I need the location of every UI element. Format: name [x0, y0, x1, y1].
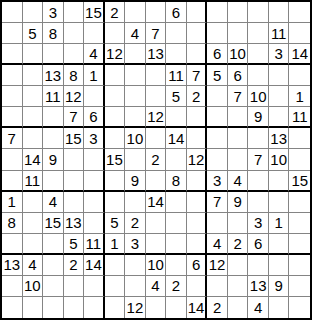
cell-r3-c15[interactable]: 14 [289, 44, 310, 65]
cell-r14-c15[interactable] [289, 276, 310, 297]
cell-r8-c2[interactable]: 14 [23, 149, 44, 170]
cell-r2-c9[interactable] [166, 23, 187, 44]
cell-r12-c13[interactable]: 6 [248, 234, 269, 255]
cell-r8-c8[interactable]: 2 [146, 149, 167, 170]
cell-r8-c13[interactable]: 7 [248, 149, 269, 170]
cell-r1-c2[interactable] [23, 2, 44, 23]
cell-r7-c15[interactable] [289, 128, 310, 149]
cell-r10-c15[interactable] [289, 192, 310, 213]
cell-r12-c3[interactable] [43, 234, 64, 255]
cell-r12-c9[interactable] [166, 234, 187, 255]
cell-r13-c14[interactable] [269, 255, 290, 276]
cell-r12-c4[interactable]: 5 [64, 234, 85, 255]
cell-r7-c6[interactable] [105, 128, 126, 149]
cell-r4-c8[interactable] [146, 65, 167, 86]
cell-r2-c11[interactable] [207, 23, 228, 44]
cell-r2-c6[interactable] [105, 23, 126, 44]
cell-r3-c13[interactable] [248, 44, 269, 65]
cell-r4-c11[interactable]: 5 [207, 65, 228, 86]
cell-r5-c5[interactable] [84, 86, 105, 107]
cell-r4-c10[interactable]: 7 [187, 65, 208, 86]
cell-r6-c8[interactable]: 12 [146, 107, 167, 128]
cell-r5-c4[interactable]: 12 [64, 86, 85, 107]
cell-r13-c12[interactable] [228, 255, 249, 276]
cell-r1-c3[interactable]: 3 [43, 2, 64, 23]
cell-r10-c12[interactable]: 9 [228, 192, 249, 213]
cell-r4-c7[interactable] [125, 65, 146, 86]
cell-r4-c3[interactable]: 13 [43, 65, 64, 86]
cell-r5-c8[interactable] [146, 86, 167, 107]
cell-r7-c13[interactable] [248, 128, 269, 149]
cell-r12-c11[interactable]: 4 [207, 234, 228, 255]
cell-r10-c13[interactable] [248, 192, 269, 213]
cell-r10-c6[interactable] [105, 192, 126, 213]
cell-r8-c6[interactable]: 15 [105, 149, 126, 170]
cell-r14-c8[interactable]: 4 [146, 276, 167, 297]
cell-r15-c1[interactable] [2, 297, 23, 318]
cell-r11-c11[interactable] [207, 213, 228, 234]
cell-r11-c3[interactable]: 15 [43, 213, 64, 234]
cell-r1-c4[interactable] [64, 2, 85, 23]
cell-r5-c11[interactable] [207, 86, 228, 107]
cell-r1-c12[interactable] [228, 2, 249, 23]
cell-r4-c12[interactable]: 6 [228, 65, 249, 86]
cell-r6-c1[interactable] [2, 107, 23, 128]
cell-r7-c7[interactable]: 10 [125, 128, 146, 149]
cell-r15-c14[interactable] [269, 297, 290, 318]
cell-r5-c2[interactable] [23, 86, 44, 107]
cell-r14-c11[interactable] [207, 276, 228, 297]
cell-r13-c8[interactable]: 10 [146, 255, 167, 276]
cell-r10-c5[interactable] [84, 192, 105, 213]
cell-r9-c12[interactable]: 4 [228, 171, 249, 192]
cell-r2-c12[interactable] [228, 23, 249, 44]
cell-r15-c11[interactable]: 2 [207, 297, 228, 318]
cell-r8-c4[interactable] [64, 149, 85, 170]
cell-r8-c9[interactable] [166, 149, 187, 170]
cell-r13-c15[interactable] [289, 255, 310, 276]
cell-r2-c15[interactable] [289, 23, 310, 44]
cell-r2-c10[interactable] [187, 23, 208, 44]
cell-r13-c7[interactable] [125, 255, 146, 276]
cell-r7-c9[interactable]: 14 [166, 128, 187, 149]
cell-r8-c7[interactable] [125, 149, 146, 170]
cell-r7-c5[interactable]: 3 [84, 128, 105, 149]
cell-r14-c2[interactable]: 10 [23, 276, 44, 297]
cell-r6-c6[interactable] [105, 107, 126, 128]
cell-r5-c10[interactable]: 2 [187, 86, 208, 107]
cell-r9-c1[interactable] [2, 171, 23, 192]
cell-r3-c11[interactable]: 6 [207, 44, 228, 65]
cell-r6-c15[interactable]: 11 [289, 107, 310, 128]
cell-r9-c2[interactable]: 11 [23, 171, 44, 192]
cell-r1-c7[interactable] [125, 2, 146, 23]
cell-r6-c3[interactable] [43, 107, 64, 128]
cell-r13-c1[interactable]: 13 [2, 255, 23, 276]
cell-r1-c8[interactable] [146, 2, 167, 23]
cell-r14-c1[interactable] [2, 276, 23, 297]
cell-r12-c15[interactable] [289, 234, 310, 255]
cell-r7-c2[interactable] [23, 128, 44, 149]
cell-r1-c5[interactable]: 15 [84, 2, 105, 23]
cell-r8-c12[interactable] [228, 149, 249, 170]
cell-r14-c5[interactable] [84, 276, 105, 297]
cell-r13-c2[interactable]: 4 [23, 255, 44, 276]
cell-r15-c12[interactable] [228, 297, 249, 318]
cell-r9-c3[interactable] [43, 171, 64, 192]
cell-r4-c2[interactable] [23, 65, 44, 86]
cell-r14-c10[interactable] [187, 276, 208, 297]
cell-r10-c1[interactable]: 1 [2, 192, 23, 213]
cell-r10-c9[interactable] [166, 192, 187, 213]
cell-r9-c14[interactable] [269, 171, 290, 192]
cell-r12-c1[interactable] [2, 234, 23, 255]
cell-r3-c4[interactable] [64, 44, 85, 65]
cell-r15-c8[interactable] [146, 297, 167, 318]
cell-r3-c10[interactable] [187, 44, 208, 65]
cell-r2-c4[interactable] [64, 23, 85, 44]
cell-r11-c8[interactable] [146, 213, 167, 234]
cell-r11-c2[interactable] [23, 213, 44, 234]
cell-r4-c15[interactable] [289, 65, 310, 86]
cell-r13-c11[interactable]: 12 [207, 255, 228, 276]
cell-r8-c10[interactable]: 12 [187, 149, 208, 170]
cell-r13-c9[interactable] [166, 255, 187, 276]
cell-r1-c1[interactable] [2, 2, 23, 23]
cell-r14-c13[interactable]: 13 [248, 276, 269, 297]
cell-r13-c3[interactable] [43, 255, 64, 276]
cell-r11-c12[interactable] [228, 213, 249, 234]
cell-r3-c2[interactable] [23, 44, 44, 65]
cell-r12-c7[interactable]: 3 [125, 234, 146, 255]
cell-r4-c9[interactable]: 11 [166, 65, 187, 86]
cell-r14-c9[interactable]: 2 [166, 276, 187, 297]
cell-r4-c4[interactable]: 8 [64, 65, 85, 86]
cell-r5-c3[interactable]: 11 [43, 86, 64, 107]
cell-r5-c14[interactable] [269, 86, 290, 107]
cell-r3-c12[interactable]: 10 [228, 44, 249, 65]
cell-r11-c4[interactable]: 13 [64, 213, 85, 234]
cell-r12-c10[interactable] [187, 234, 208, 255]
cell-r9-c15[interactable]: 15 [289, 171, 310, 192]
cell-r4-c13[interactable] [248, 65, 269, 86]
cell-r5-c12[interactable]: 7 [228, 86, 249, 107]
cell-r9-c10[interactable] [187, 171, 208, 192]
cell-r1-c10[interactable] [187, 2, 208, 23]
cell-r6-c10[interactable] [187, 107, 208, 128]
cell-r15-c7[interactable]: 12 [125, 297, 146, 318]
cell-r6-c11[interactable] [207, 107, 228, 128]
cell-r13-c4[interactable]: 2 [64, 255, 85, 276]
cell-r11-c9[interactable] [166, 213, 187, 234]
cell-r15-c10[interactable]: 14 [187, 297, 208, 318]
cell-r6-c9[interactable] [166, 107, 187, 128]
cell-r1-c14[interactable] [269, 2, 290, 23]
cell-r6-c13[interactable]: 9 [248, 107, 269, 128]
cell-r7-c14[interactable]: 13 [269, 128, 290, 149]
cell-r15-c2[interactable] [23, 297, 44, 318]
cell-r10-c7[interactable] [125, 192, 146, 213]
cell-r13-c5[interactable]: 14 [84, 255, 105, 276]
cell-r4-c1[interactable] [2, 65, 23, 86]
cell-r14-c7[interactable] [125, 276, 146, 297]
cell-r12-c12[interactable]: 2 [228, 234, 249, 255]
cell-r6-c2[interactable] [23, 107, 44, 128]
cell-r10-c8[interactable]: 14 [146, 192, 167, 213]
cell-r14-c6[interactable] [105, 276, 126, 297]
cell-r11-c10[interactable] [187, 213, 208, 234]
cell-r11-c6[interactable]: 5 [105, 213, 126, 234]
cell-r14-c4[interactable] [64, 276, 85, 297]
cell-r6-c12[interactable] [228, 107, 249, 128]
cell-r14-c14[interactable]: 9 [269, 276, 290, 297]
cell-r8-c15[interactable] [289, 149, 310, 170]
cell-r9-c9[interactable]: 8 [166, 171, 187, 192]
cell-r5-c15[interactable]: 1 [289, 86, 310, 107]
cell-r4-c14[interactable] [269, 65, 290, 86]
cell-r11-c5[interactable] [84, 213, 105, 234]
cell-r2-c5[interactable] [84, 23, 105, 44]
cell-r10-c11[interactable]: 7 [207, 192, 228, 213]
cell-r13-c6[interactable] [105, 255, 126, 276]
cell-r10-c3[interactable]: 4 [43, 192, 64, 213]
cell-r12-c2[interactable] [23, 234, 44, 255]
cell-r2-c13[interactable] [248, 23, 269, 44]
cell-r3-c1[interactable] [2, 44, 23, 65]
cell-r11-c1[interactable]: 8 [2, 213, 23, 234]
cell-r9-c4[interactable] [64, 171, 85, 192]
cell-r8-c1[interactable] [2, 149, 23, 170]
cell-r15-c5[interactable] [84, 297, 105, 318]
cell-r6-c4[interactable]: 7 [64, 107, 85, 128]
cell-r3-c5[interactable]: 4 [84, 44, 105, 65]
cell-r12-c14[interactable] [269, 234, 290, 255]
cell-r14-c12[interactable] [228, 276, 249, 297]
cell-r5-c6[interactable] [105, 86, 126, 107]
cell-r9-c7[interactable]: 9 [125, 171, 146, 192]
cell-r11-c15[interactable] [289, 213, 310, 234]
cell-r3-c6[interactable]: 12 [105, 44, 126, 65]
cell-r15-c4[interactable] [64, 297, 85, 318]
cell-r8-c3[interactable]: 9 [43, 149, 64, 170]
cell-r9-c13[interactable] [248, 171, 269, 192]
cell-r6-c7[interactable] [125, 107, 146, 128]
cell-r9-c5[interactable] [84, 171, 105, 192]
cell-r15-c3[interactable] [43, 297, 64, 318]
cell-r2-c7[interactable]: 4 [125, 23, 146, 44]
cell-r8-c5[interactable] [84, 149, 105, 170]
cell-r5-c1[interactable] [2, 86, 23, 107]
cell-r15-c13[interactable]: 4 [248, 297, 269, 318]
cell-r1-c15[interactable] [289, 2, 310, 23]
cell-r12-c8[interactable] [146, 234, 167, 255]
cell-r1-c6[interactable]: 2 [105, 2, 126, 23]
cell-r8-c11[interactable] [207, 149, 228, 170]
cell-r8-c14[interactable]: 10 [269, 149, 290, 170]
cell-r13-c13[interactable] [248, 255, 269, 276]
cell-r11-c14[interactable]: 1 [269, 213, 290, 234]
sudoku-board: 3152658471141213610314138111756111252710… [0, 0, 312, 320]
cell-r15-c6[interactable] [105, 297, 126, 318]
cell-r13-c10[interactable]: 6 [187, 255, 208, 276]
cell-r9-c8[interactable] [146, 171, 167, 192]
cell-r2-c8[interactable]: 7 [146, 23, 167, 44]
cell-r7-c12[interactable] [228, 128, 249, 149]
cell-r3-c9[interactable] [166, 44, 187, 65]
cell-r3-c7[interactable] [125, 44, 146, 65]
cell-r6-c14[interactable] [269, 107, 290, 128]
cell-r2-c2[interactable]: 5 [23, 23, 44, 44]
cell-r7-c11[interactable] [207, 128, 228, 149]
cell-r4-c5[interactable]: 1 [84, 65, 105, 86]
cell-r7-c4[interactable]: 15 [64, 128, 85, 149]
cell-r2-c1[interactable] [2, 23, 23, 44]
cell-r10-c10[interactable] [187, 192, 208, 213]
cell-r11-c7[interactable]: 2 [125, 213, 146, 234]
cell-r12-c6[interactable]: 1 [105, 234, 126, 255]
cell-r5-c9[interactable]: 5 [166, 86, 187, 107]
cell-r5-c13[interactable]: 10 [248, 86, 269, 107]
cell-r15-c9[interactable] [166, 297, 187, 318]
cell-r1-c13[interactable] [248, 2, 269, 23]
cell-r1-c9[interactable]: 6 [166, 2, 187, 23]
cell-r9-c6[interactable] [105, 171, 126, 192]
cell-r10-c14[interactable] [269, 192, 290, 213]
cell-r10-c2[interactable] [23, 192, 44, 213]
cell-r2-c14[interactable]: 11 [269, 23, 290, 44]
cell-r4-c6[interactable] [105, 65, 126, 86]
cell-r10-c4[interactable] [64, 192, 85, 213]
cell-r15-c15[interactable] [289, 297, 310, 318]
cell-r6-c5[interactable]: 6 [84, 107, 105, 128]
cell-r7-c3[interactable] [43, 128, 64, 149]
cell-r12-c5[interactable]: 11 [84, 234, 105, 255]
cell-r14-c3[interactable] [43, 276, 64, 297]
cell-r11-c13[interactable]: 3 [248, 213, 269, 234]
cell-r3-c3[interactable] [43, 44, 64, 65]
cell-r7-c8[interactable] [146, 128, 167, 149]
cell-r5-c7[interactable] [125, 86, 146, 107]
cell-r9-c11[interactable]: 3 [207, 171, 228, 192]
cell-r7-c10[interactable] [187, 128, 208, 149]
cell-r1-c11[interactable] [207, 2, 228, 23]
cell-r3-c14[interactable]: 3 [269, 44, 290, 65]
cell-r2-c3[interactable]: 8 [43, 23, 64, 44]
cell-r3-c8[interactable]: 13 [146, 44, 167, 65]
cell-r7-c1[interactable]: 7 [2, 128, 23, 149]
